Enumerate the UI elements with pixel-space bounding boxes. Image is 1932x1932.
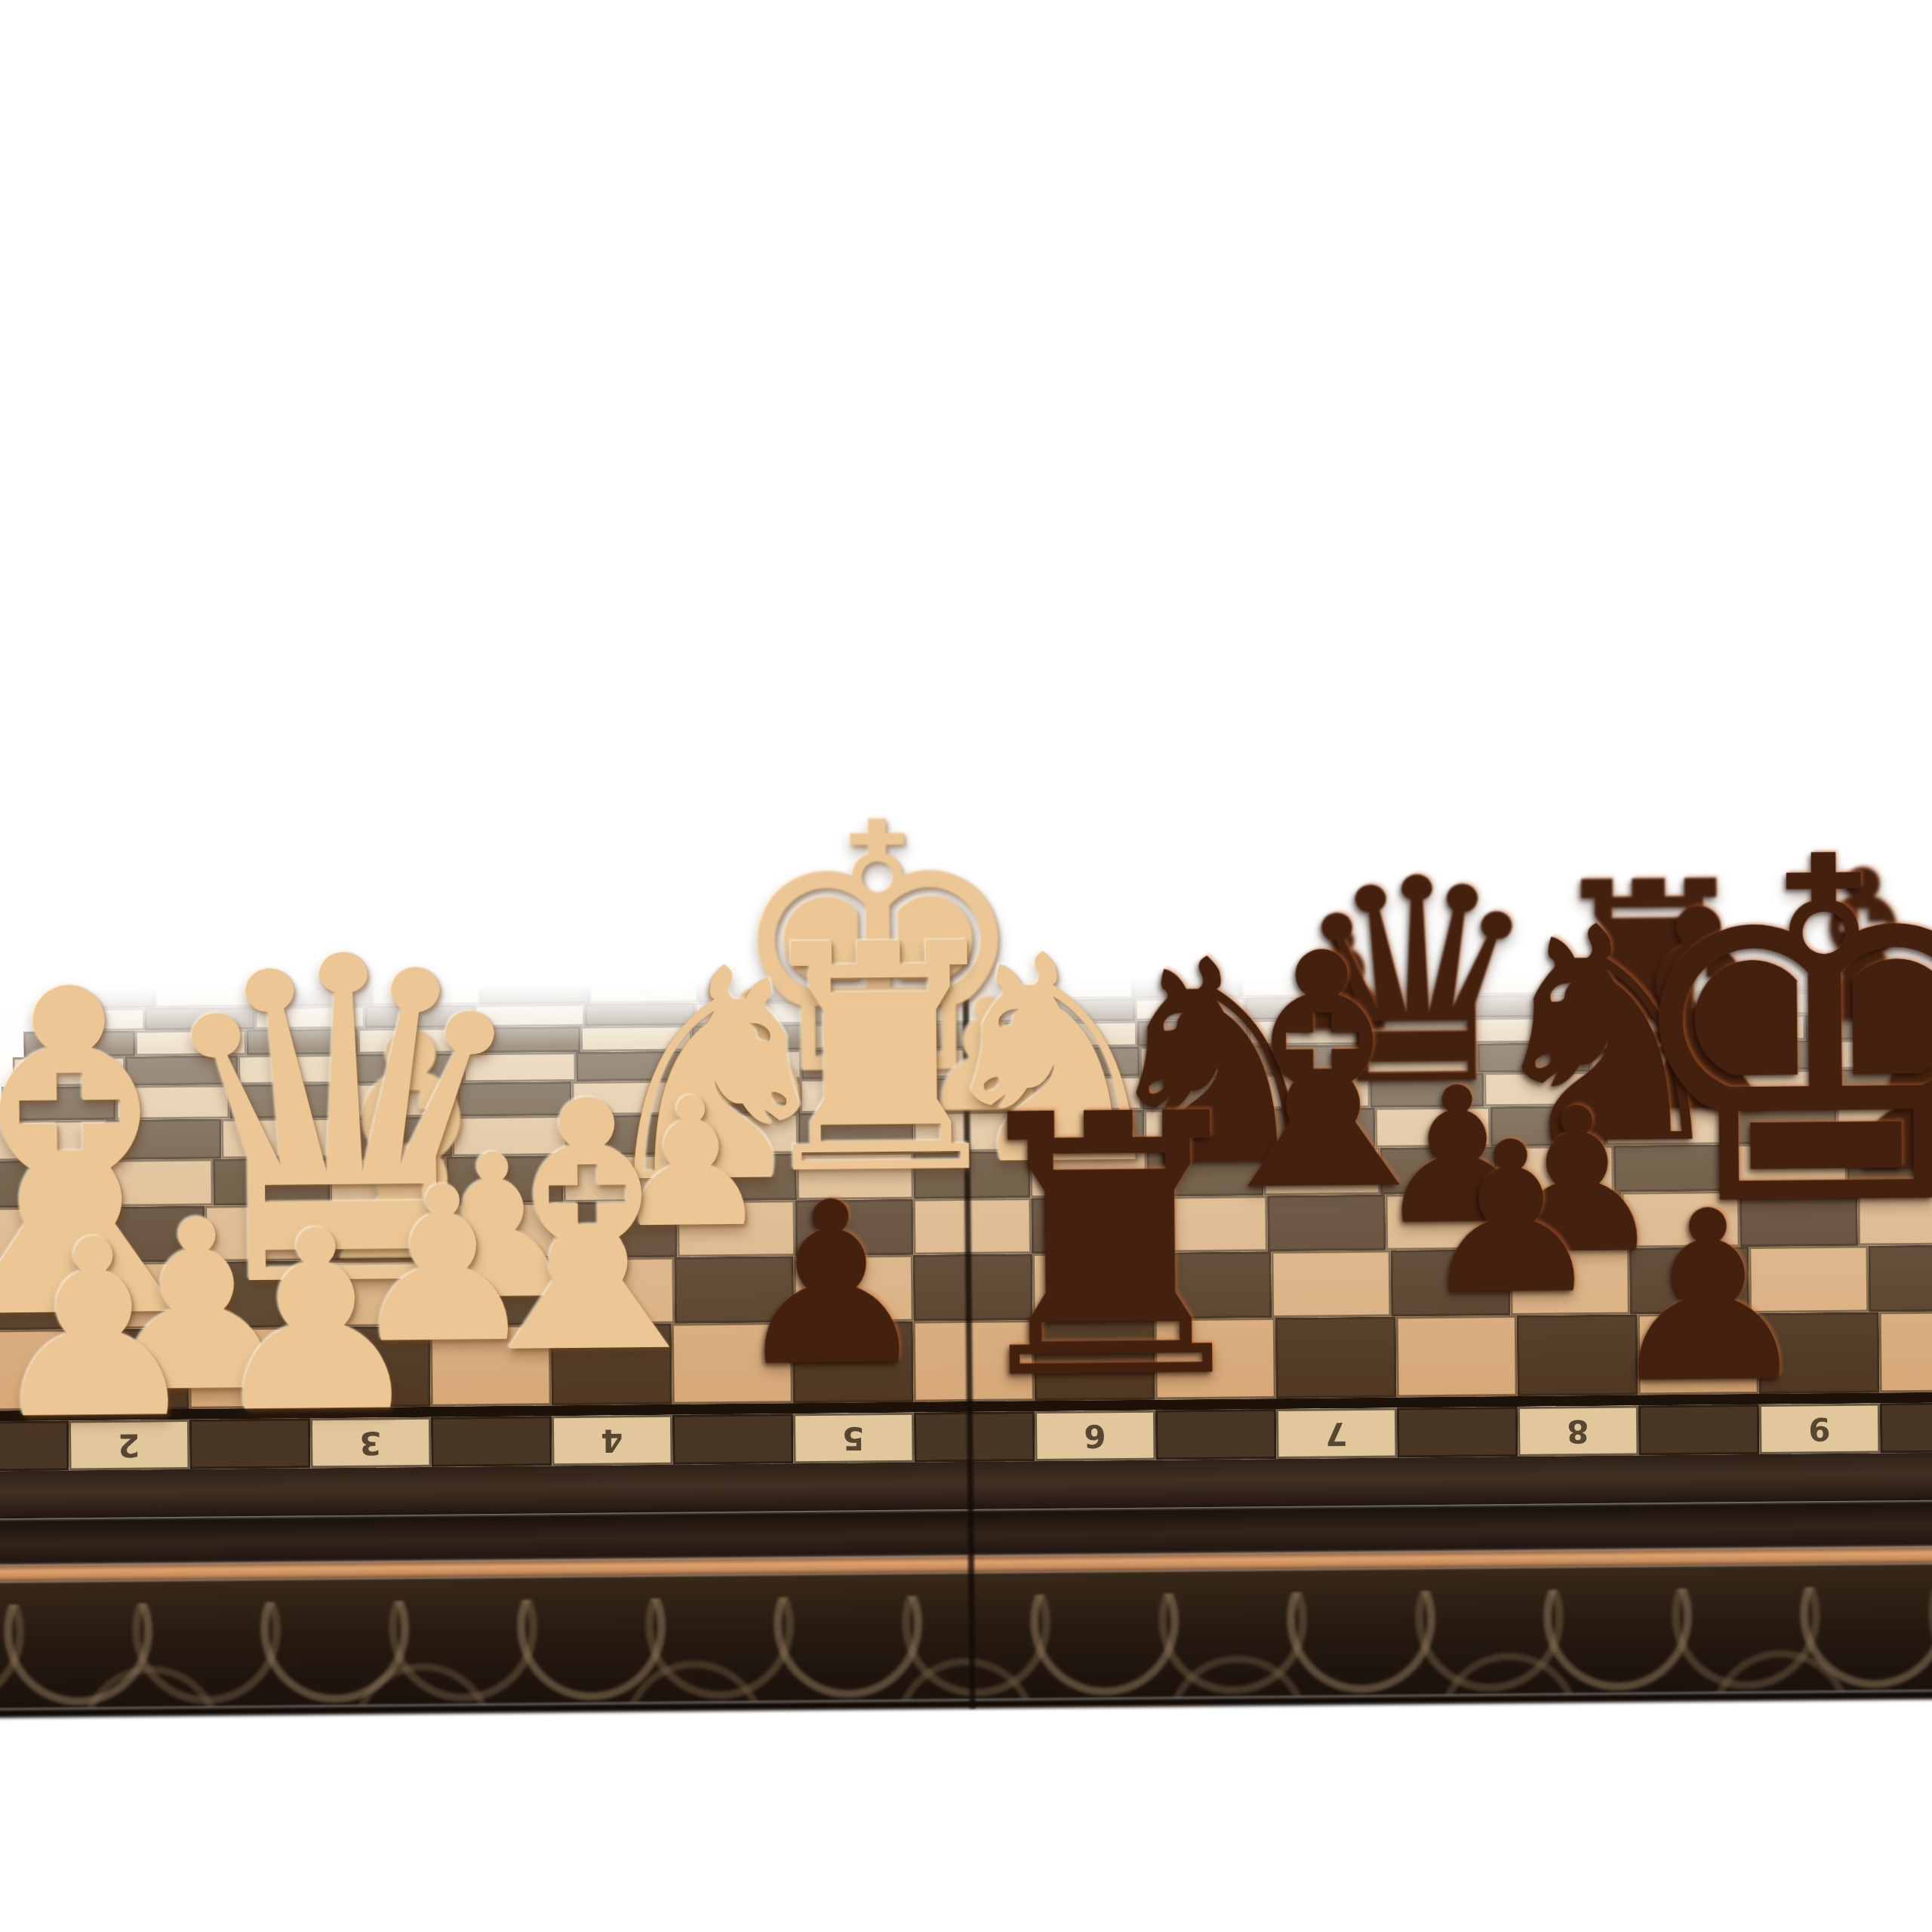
rank-number: 8 <box>1567 1413 1589 1450</box>
border-cell-numbered: 5 <box>793 1413 915 1464</box>
white-pawn[interactable]: ♟ <box>192 1198 441 1447</box>
product-photo: 23456789♝♟♜♚♛♟♝♟♞♞♞♜♞♟♝♚♟♟♝♟♛♝♟♟♟♝♟♜♟♟♟♟ <box>0 0 1932 1932</box>
dark-pawn[interactable]: ♟ <box>1590 1179 1827 1416</box>
dark-rook[interactable]: ♜ <box>929 1066 1292 1429</box>
dark-square <box>1275 1317 1397 1399</box>
dark-pawn[interactable]: ♟ <box>718 1171 945 1398</box>
border-cell-numbered: 7 <box>1276 1408 1398 1460</box>
chess-board: 23456789♝♟♜♚♛♟♝♟♞♞♞♜♞♟♝♚♟♟♝♟♛♝♟♟♟♝♟♜♟♟♟♟ <box>0 0 1932 1932</box>
white-pawn[interactable]: ♟ <box>0 1207 217 1454</box>
rank-number: 5 <box>842 1420 865 1457</box>
white-bishop[interactable]: ♝ <box>414 1056 761 1402</box>
carved-apron <box>0 1563 1932 1709</box>
border-cell <box>1880 1402 1932 1454</box>
border-cell <box>1397 1407 1518 1458</box>
dark-pawn[interactable]: ♟ <box>1406 1114 1617 1324</box>
rank-number: 7 <box>1325 1415 1348 1452</box>
light-square <box>1879 1311 1932 1393</box>
